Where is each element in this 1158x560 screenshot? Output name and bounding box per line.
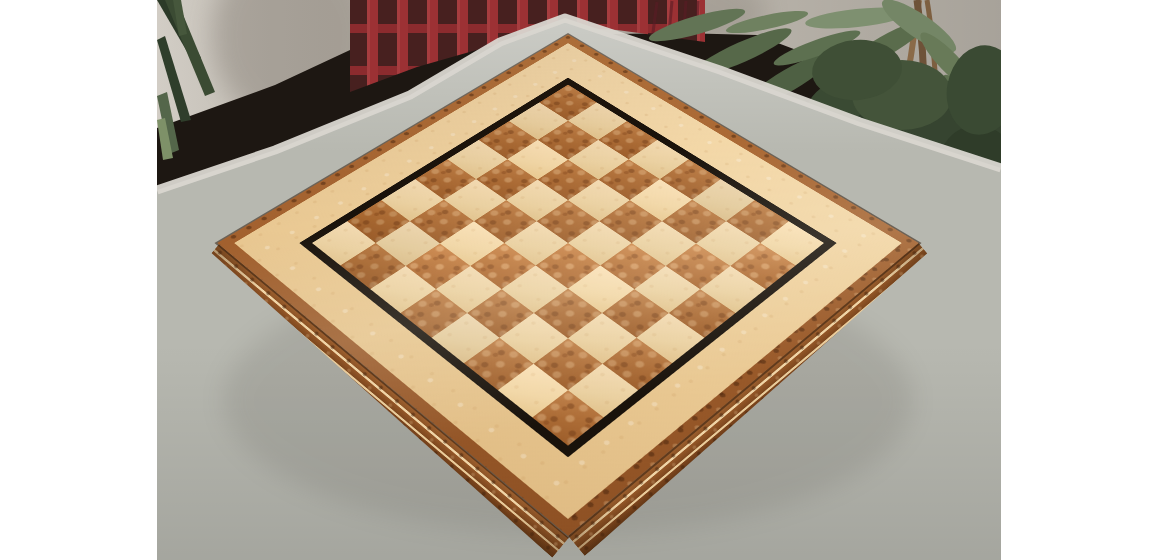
photo-area: [157, 0, 1001, 560]
product-photo-canvas: [0, 0, 1158, 560]
